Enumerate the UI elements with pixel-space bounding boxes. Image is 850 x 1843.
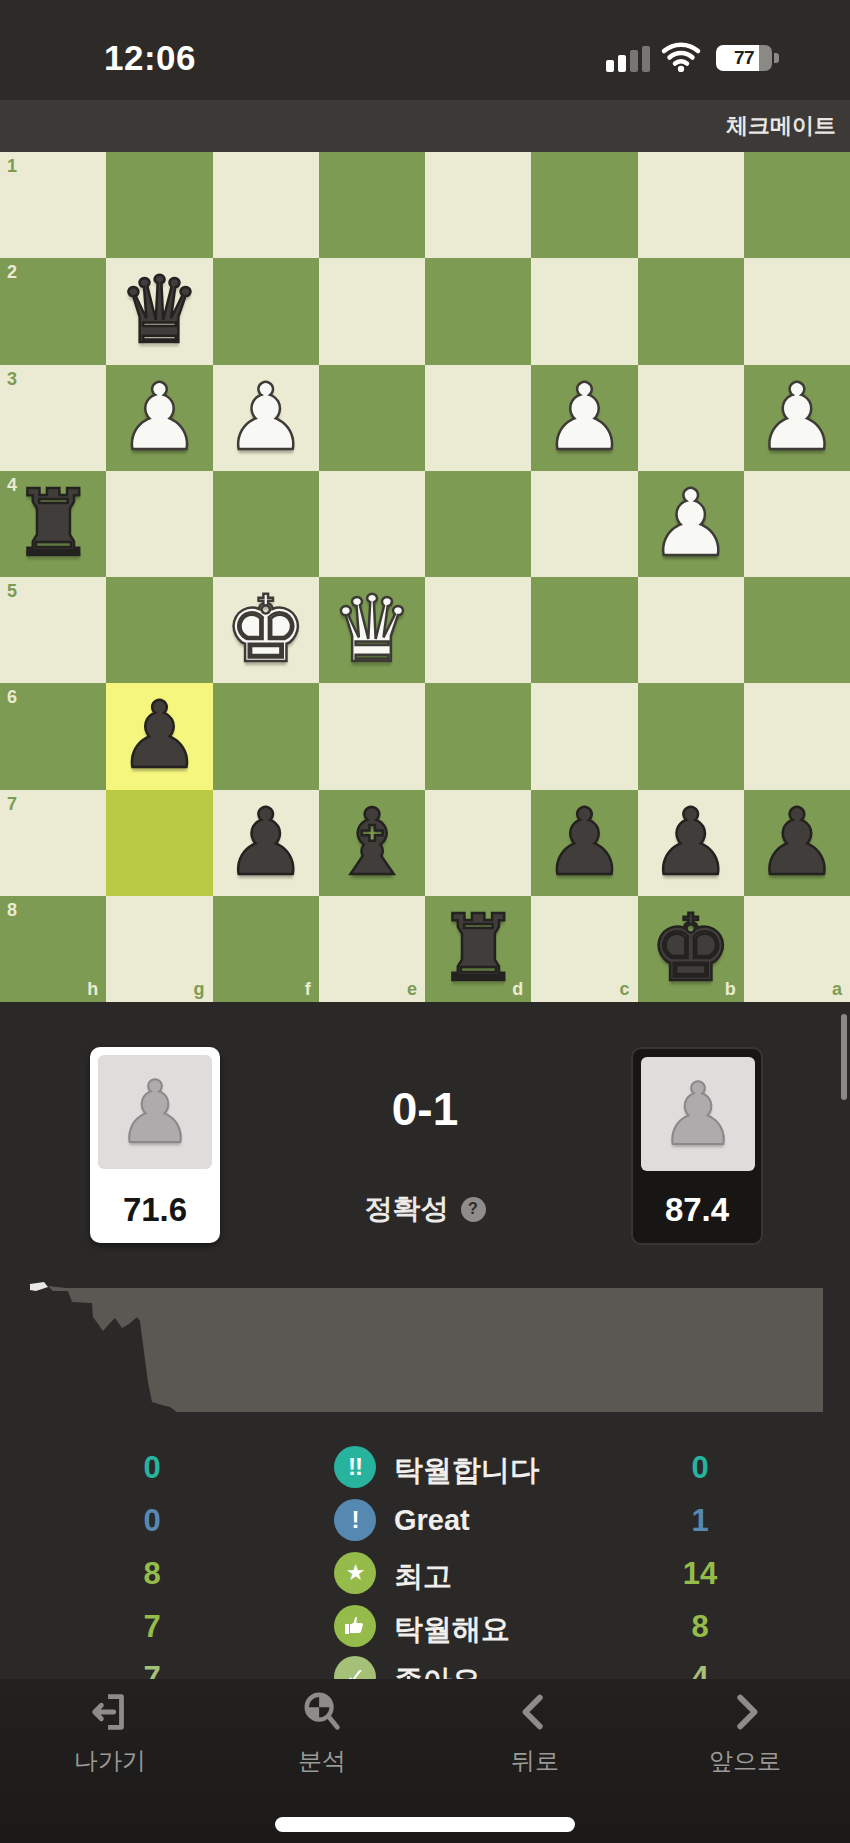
square-h5[interactable]: 5: [0, 577, 106, 683]
checkmate-banner: 체크메이트: [726, 100, 836, 152]
black-accuracy-value: 87.4: [633, 1191, 761, 1229]
nav-label-forward: 앞으로: [675, 1745, 815, 1777]
piece-black-bishop-e7[interactable]: ♝: [331, 790, 413, 896]
status-bar: 12:06 77: [0, 0, 850, 100]
square-c2[interactable]: [531, 258, 637, 364]
eval-white-marker: [30, 1282, 48, 1291]
nav-forward-button[interactable]: 앞으로: [675, 1689, 815, 1777]
square-f2[interactable]: [213, 258, 319, 364]
white-accuracy-value: 71.6: [90, 1191, 220, 1229]
stat-black-count-great: 1: [658, 1503, 742, 1539]
square-h7[interactable]: 7: [0, 790, 106, 896]
black-player-card[interactable]: ♟ 87.4: [631, 1047, 763, 1245]
square-e2[interactable]: [319, 258, 425, 364]
file-label-a: a: [832, 979, 842, 1000]
rank-label-5: 5: [7, 581, 17, 602]
accuracy-label: 정확성: [365, 1190, 449, 1228]
analysis-icon: [299, 1689, 345, 1739]
piece-white-pawn-b4[interactable]: ♟: [649, 471, 731, 577]
piece-black-rook-d8[interactable]: ♜: [437, 896, 519, 1002]
piece-white-pawn-c3[interactable]: ♟: [543, 365, 625, 471]
stat-white-count-brilliant: 0: [110, 1450, 194, 1486]
square-e4[interactable]: [319, 471, 425, 577]
file-label-c: c: [619, 979, 629, 1000]
square-b8[interactable]: b♚: [638, 896, 744, 1002]
stat-row-excellent[interactable]: 7탁월해요8: [0, 1601, 850, 1653]
black-player-avatar: ♟: [641, 1057, 755, 1171]
piece-black-pawn-a7[interactable]: ♟: [756, 790, 838, 896]
piece-white-pawn-g3[interactable]: ♟: [118, 365, 200, 471]
square-c6[interactable]: [531, 683, 637, 789]
nav-label-analysis: 분석: [252, 1745, 392, 1777]
square-d4[interactable]: [425, 471, 531, 577]
stat-label-best: 최고: [394, 1557, 452, 1597]
square-e8[interactable]: e: [319, 896, 425, 1002]
square-g4[interactable]: [106, 471, 212, 577]
square-d6[interactable]: [425, 683, 531, 789]
piece-black-pawn-c7[interactable]: ♟: [543, 790, 625, 896]
piece-black-pawn-b7[interactable]: ♟: [649, 790, 731, 896]
square-h8[interactable]: 8h: [0, 896, 106, 1002]
battery-icon: 77: [716, 45, 772, 71]
best-icon: ★: [334, 1552, 376, 1594]
square-d5[interactable]: [425, 577, 531, 683]
square-a7[interactable]: ♟: [744, 790, 850, 896]
square-f1[interactable]: [213, 152, 319, 258]
square-f4[interactable]: [213, 471, 319, 577]
rank-label-2: 2: [7, 262, 17, 283]
top-bar: 체크메이트: [0, 100, 850, 152]
file-label-e: e: [407, 979, 417, 1000]
exit-icon: [87, 1689, 133, 1739]
accuracy-row: 정확성 ?: [240, 1190, 610, 1228]
piece-white-pawn-a3[interactable]: ♟: [756, 365, 838, 471]
nav-exit-button[interactable]: 나가기: [40, 1689, 180, 1777]
piece-white-pawn-f3[interactable]: ♟: [224, 365, 306, 471]
piece-black-queen-g2[interactable]: ♛: [118, 258, 200, 364]
stat-row-brilliant[interactable]: 0!!탁월합니다0: [0, 1442, 850, 1494]
square-g6[interactable]: ♟: [106, 683, 212, 789]
great-icon: !: [334, 1499, 376, 1541]
stat-white-count-excellent: 7: [110, 1609, 194, 1645]
square-d3[interactable]: [425, 365, 531, 471]
square-g1[interactable]: [106, 152, 212, 258]
square-a1[interactable]: [744, 152, 850, 258]
rank-label-6: 6: [7, 687, 17, 708]
square-e7[interactable]: ♝: [319, 790, 425, 896]
battery-percent: 77: [716, 45, 772, 71]
square-d2[interactable]: [425, 258, 531, 364]
eval-area: [48, 1286, 823, 1412]
stat-label-excellent: 탁월해요: [394, 1610, 510, 1650]
square-b4[interactable]: ♟: [638, 471, 744, 577]
home-indicator[interactable]: [275, 1817, 575, 1832]
square-h2[interactable]: 2: [0, 258, 106, 364]
white-player-card[interactable]: ♟ 71.6: [90, 1047, 220, 1243]
file-label-g: g: [194, 979, 205, 1000]
square-g2[interactable]: ♛: [106, 258, 212, 364]
square-b1[interactable]: [638, 152, 744, 258]
stat-row-best[interactable]: 8★최고14: [0, 1548, 850, 1600]
piece-black-king-b8[interactable]: ♚: [649, 896, 731, 1002]
square-c1[interactable]: [531, 152, 637, 258]
square-d7[interactable]: [425, 790, 531, 896]
square-a5[interactable]: [744, 577, 850, 683]
excellent-icon: [334, 1605, 376, 1647]
square-a8[interactable]: a: [744, 896, 850, 1002]
piece-white-queen-e5[interactable]: ♛: [331, 577, 413, 683]
nav-label-exit: 나가기: [40, 1745, 180, 1777]
help-icon[interactable]: ?: [461, 1197, 486, 1222]
square-c4[interactable]: [531, 471, 637, 577]
square-e1[interactable]: [319, 152, 425, 258]
square-b2[interactable]: [638, 258, 744, 364]
stat-black-count-excellent: 8: [658, 1609, 742, 1645]
square-d8[interactable]: d♜: [425, 896, 531, 1002]
square-c7[interactable]: ♟: [531, 790, 637, 896]
stat-black-count-brilliant: 0: [658, 1450, 742, 1486]
rank-label-1: 1: [7, 156, 17, 177]
wifi-icon: [660, 42, 702, 72]
square-g3[interactable]: ♟: [106, 365, 212, 471]
square-h4[interactable]: 4♜: [0, 471, 106, 577]
evaluation-graph[interactable]: [28, 1280, 824, 1414]
square-g5[interactable]: [106, 577, 212, 683]
stat-row-great[interactable]: 0!Great1: [0, 1495, 850, 1547]
stat-label-great: Great: [394, 1504, 470, 1537]
scrollbar[interactable]: [841, 1014, 847, 1100]
square-f8[interactable]: f: [213, 896, 319, 1002]
back-icon: [512, 1689, 558, 1739]
file-label-h: h: [87, 979, 98, 1000]
nav-back-button[interactable]: 뒤로: [465, 1689, 605, 1777]
nav-analysis-button[interactable]: 분석: [252, 1689, 392, 1777]
white-player-avatar: ♟: [98, 1055, 212, 1169]
square-a3[interactable]: ♟: [744, 365, 850, 471]
square-e5[interactable]: ♛: [319, 577, 425, 683]
battery-nub: [774, 53, 779, 63]
stat-white-count-best: 8: [110, 1556, 194, 1592]
stat-white-count-great: 0: [110, 1503, 194, 1539]
square-d1[interactable]: [425, 152, 531, 258]
app-screen: 12:06 77 체크메이트 12♛3♟♟♟♟4♜♟5♚♛6♟7♟♝♟♟♟8hg…: [0, 0, 850, 1843]
square-h6[interactable]: 6: [0, 683, 106, 789]
square-c3[interactable]: ♟: [531, 365, 637, 471]
square-h3[interactable]: 3: [0, 365, 106, 471]
piece-black-pawn-f7[interactable]: ♟: [224, 790, 306, 896]
square-f6[interactable]: [213, 683, 319, 789]
stat-black-count-best: 14: [658, 1556, 742, 1592]
square-e3[interactable]: [319, 365, 425, 471]
square-g8[interactable]: g: [106, 896, 212, 1002]
square-b6[interactable]: [638, 683, 744, 789]
square-b7[interactable]: ♟: [638, 790, 744, 896]
file-label-f: f: [305, 979, 311, 1000]
square-c8[interactable]: c: [531, 896, 637, 1002]
square-h1[interactable]: 1: [0, 152, 106, 258]
square-f7[interactable]: ♟: [213, 790, 319, 896]
square-g7[interactable]: [106, 790, 212, 896]
piece-black-rook-h4[interactable]: ♜: [12, 471, 94, 577]
game-result: 0-1: [240, 1082, 610, 1136]
clock: 12:06: [104, 38, 196, 78]
nav-label-back: 뒤로: [465, 1745, 605, 1777]
rank-label-4: 4: [7, 475, 17, 496]
file-label-b: b: [725, 979, 736, 1000]
square-f3[interactable]: ♟: [213, 365, 319, 471]
piece-white-king-f5[interactable]: ♚: [224, 577, 306, 683]
square-b5[interactable]: [638, 577, 744, 683]
square-e6[interactable]: [319, 683, 425, 789]
square-c5[interactable]: [531, 577, 637, 683]
forward-icon: [722, 1689, 768, 1739]
square-f5[interactable]: ♚: [213, 577, 319, 683]
chess-board[interactable]: 12♛3♟♟♟♟4♜♟5♚♛6♟7♟♝♟♟♟8hgfed♜cb♚a: [0, 152, 850, 1002]
file-label-d: d: [512, 979, 523, 1000]
rank-label-3: 3: [7, 369, 17, 390]
cellular-signal-icon: [606, 46, 652, 72]
square-a4[interactable]: [744, 471, 850, 577]
rank-label-8: 8: [7, 900, 17, 921]
square-b3[interactable]: [638, 365, 744, 471]
piece-black-pawn-g6[interactable]: ♟: [118, 683, 200, 789]
pawn-avatar-icon: ♟: [659, 1064, 736, 1164]
rank-label-7: 7: [7, 794, 17, 815]
square-a2[interactable]: [744, 258, 850, 364]
pawn-avatar-icon: ♟: [116, 1062, 193, 1162]
brilliant-icon: !!: [334, 1446, 376, 1488]
square-a6[interactable]: [744, 683, 850, 789]
stat-label-brilliant: 탁월합니다: [394, 1451, 539, 1491]
